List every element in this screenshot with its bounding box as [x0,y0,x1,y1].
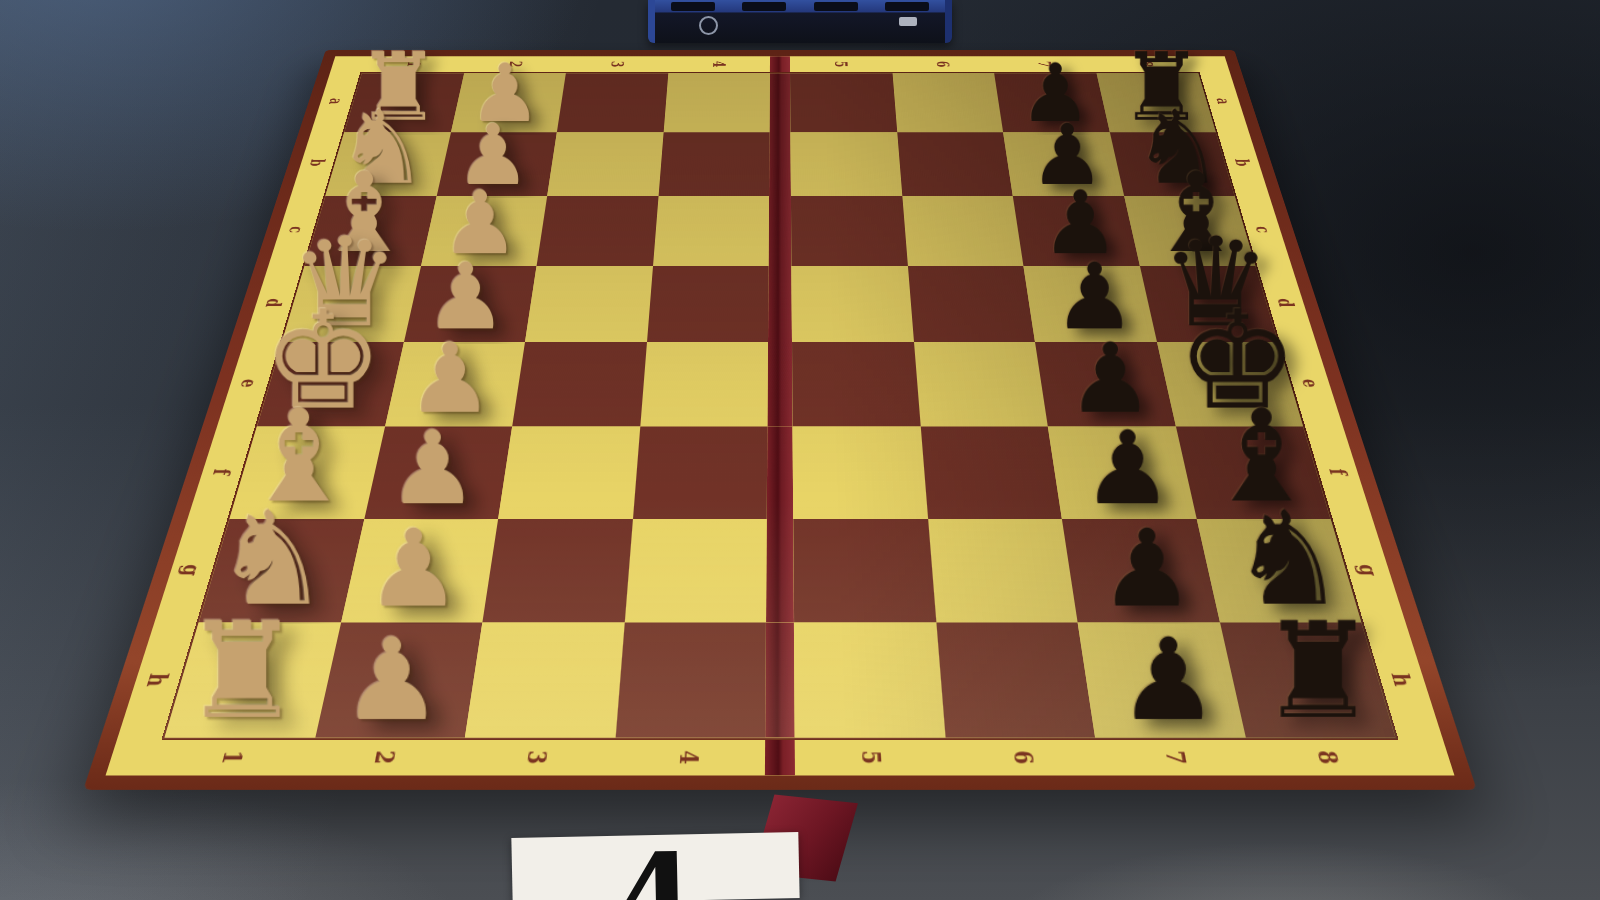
square-e3[interactable] [512,342,646,426]
piece-white-pawn[interactable]: ♟ [365,418,499,519]
square-g6[interactable] [928,519,1078,622]
square-h2[interactable]: ♟ [315,622,483,737]
playing-area: ♜♟♟♜♞♟♟♞♝♟♟♝♛♟♟♛♚♟♟♚♝♟♟♝♞♟♟♞♜♟♟♜ [162,72,1399,739]
board-fold-hinge [769,196,792,266]
square-h8[interactable]: ♜ [1219,622,1395,737]
square-h3[interactable] [465,622,624,737]
square-e6[interactable] [914,342,1048,426]
square-g4[interactable] [624,519,767,622]
piece-black-pawn[interactable]: ♟ [1076,516,1217,623]
board-frame: 12345678 12345678 abcdefgh abcdefgh ♜♟♟♜… [106,56,1455,775]
clock-display-windows [671,2,929,11]
square-h1[interactable]: ♜ [165,622,341,737]
square-f2[interactable]: ♟ [364,426,512,519]
chess-clock [648,0,952,43]
board-fold-hinge [767,426,794,519]
square-f7[interactable]: ♟ [1048,426,1196,519]
square-e5[interactable] [792,342,920,426]
board-fold-hinge [767,342,792,426]
clock-logo-icon [699,16,718,35]
tournament-scene: 12345678 12345678 abcdefgh abcdefgh ♜♟♟♜… [0,0,1600,900]
square-h6[interactable] [936,622,1095,737]
board-fold-hinge [765,622,795,737]
square-c3[interactable] [537,196,659,266]
chess-board: 12345678 12345678 abcdefgh abcdefgh ♜♟♟♜… [83,50,1477,790]
board-fold-hinge [770,73,791,132]
board-fold-hinge [766,519,794,622]
square-g7[interactable]: ♟ [1062,519,1219,622]
piece-white-rook[interactable]: ♜ [168,605,317,738]
square-b6[interactable] [897,132,1013,196]
square-h5[interactable] [794,622,945,737]
square-d5[interactable] [791,266,913,342]
square-c4[interactable] [653,196,769,266]
piece-black-pawn[interactable]: ♟ [1094,624,1243,737]
board-rim: 12345678 12345678 abcdefgh abcdefgh ♜♟♟♜… [83,50,1477,790]
board-fold-hinge [769,132,791,196]
square-d6[interactable] [907,266,1035,342]
square-a4[interactable] [663,73,770,132]
square-c5[interactable] [791,196,907,266]
square-f4[interactable] [632,426,767,519]
square-h7[interactable]: ♟ [1078,622,1246,737]
square-a3[interactable] [557,73,668,132]
square-f3[interactable] [498,426,640,519]
square-c6[interactable] [902,196,1024,266]
piece-black-rook[interactable]: ♜ [1243,605,1392,738]
square-d4[interactable] [647,266,769,342]
square-g3[interactable] [482,519,632,622]
square-b5[interactable] [790,132,901,196]
piece-black-pawn[interactable]: ♟ [1061,418,1195,519]
table-number: 4 [511,836,799,900]
board-fold-hinge [768,266,792,342]
square-e4[interactable] [640,342,768,426]
square-b4[interactable] [658,132,769,196]
square-a6[interactable] [892,73,1003,132]
square-d3[interactable] [525,266,653,342]
piece-white-pawn[interactable]: ♟ [317,624,466,737]
square-g5[interactable] [793,519,936,622]
table-number-card: 4 [511,832,799,900]
square-f6[interactable] [920,426,1062,519]
square-h4[interactable] [615,622,766,737]
square-b3[interactable] [547,132,663,196]
near-rank-labels: 12345678 [151,740,1409,776]
square-a5[interactable] [790,73,897,132]
square-g2[interactable]: ♟ [341,519,498,622]
clock-button [899,17,917,26]
piece-white-pawn[interactable]: ♟ [342,516,483,623]
square-f5[interactable] [793,426,928,519]
